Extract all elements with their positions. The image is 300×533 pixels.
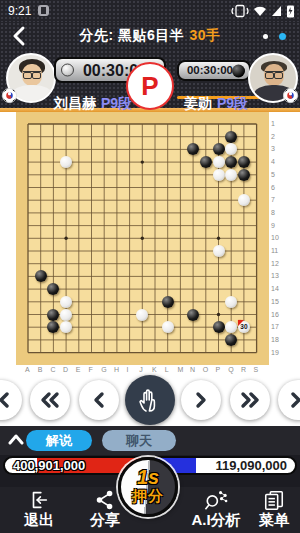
go-board[interactable]: 30 <box>16 112 269 365</box>
page-dot-active[interactable] <box>279 33 286 40</box>
collapse-panel-button[interactable] <box>8 433 24 447</box>
column-label-D: D <box>63 366 68 374</box>
column-label-S: S <box>254 366 259 374</box>
share-icon <box>94 489 116 511</box>
white-stone-D17 <box>60 321 72 333</box>
header: 分先: 黑贴6目半30手 <box>0 22 300 50</box>
column-label-B: B <box>38 366 43 374</box>
white-stone-J16 <box>136 309 148 321</box>
comment-tabs-bar: 解说 聊天 <box>0 426 300 455</box>
column-label-Q: Q <box>228 366 233 374</box>
bet-action-label: 押分 <box>121 487 175 504</box>
black-stone-P17 <box>213 321 225 333</box>
row-label-9: 9 <box>271 222 275 230</box>
white-stone-P4 <box>213 156 225 168</box>
player-bar: 00:30:00 00:30:00 刘昌赫P9段 姜勋P9段 P <box>0 50 300 108</box>
row-label-17: 17 <box>271 323 279 331</box>
column-label-O: O <box>203 366 208 374</box>
south-korea-flag-icon <box>2 88 17 103</box>
skip-to-start-icon <box>0 389 13 411</box>
black-stone-N3 <box>187 143 199 155</box>
column-label-H: H <box>114 366 119 374</box>
black-stone-R4 <box>238 156 250 168</box>
row-label-16: 16 <box>271 311 279 319</box>
chevron-right-icon <box>190 389 212 411</box>
white-stone-D4 <box>60 156 72 168</box>
white-stone-icon <box>61 64 74 77</box>
battery-icon <box>287 6 294 18</box>
skip-to-end-icon <box>287 389 300 411</box>
black-stone-icon <box>232 64 245 77</box>
hand-icon <box>138 387 162 413</box>
pass-button[interactable]: P <box>126 62 174 110</box>
row-label-15: 15 <box>271 298 279 306</box>
white-stone-D15 <box>60 296 72 308</box>
row-label-2: 2 <box>271 133 275 141</box>
white-stone-L17 <box>162 321 174 333</box>
vibrate-icon <box>232 6 248 17</box>
menu-icon <box>263 489 285 511</box>
right-bet-total: 119,090,000 <box>215 458 287 473</box>
row-label-10: 10 <box>271 234 279 242</box>
page-dot-inactive[interactable] <box>263 34 268 39</box>
row-label-13: 13 <box>271 272 279 280</box>
left-bet-total: 400,901,000 <box>13 458 85 473</box>
row-label-3: 3 <box>271 145 275 153</box>
column-label-P: P <box>216 366 221 374</box>
exit-icon <box>28 489 50 511</box>
status-icons <box>230 4 296 22</box>
column-label-E: E <box>76 366 81 374</box>
chevron-left-icon <box>88 389 110 411</box>
menu-button[interactable]: 菜单 <box>252 489 296 528</box>
tab-commentary[interactable]: 解说 <box>26 430 92 451</box>
tab-chat[interactable]: 聊天 <box>102 430 176 451</box>
column-label-L: L <box>165 366 169 374</box>
row-label-19: 19 <box>271 349 279 357</box>
double-chevron-left-icon <box>38 389 62 411</box>
move-count: 30手 <box>189 27 220 43</box>
signal-icon <box>272 6 281 16</box>
go-to-start-button[interactable] <box>0 380 22 420</box>
row-label-11: 11 <box>271 247 278 255</box>
clock-time: 9:21 <box>8 4 31 18</box>
black-stone-C17 <box>47 321 59 333</box>
left-player-rank: P9段 <box>101 95 132 111</box>
row-label-12: 12 <box>271 260 279 268</box>
black-stone-B13 <box>35 270 47 282</box>
row-label-1: 1 <box>271 120 275 128</box>
black-stone-R5 <box>238 169 250 181</box>
white-stone-D16 <box>60 309 72 321</box>
column-label-R: R <box>241 366 246 374</box>
column-label-K: K <box>152 366 157 374</box>
hand-tool-button[interactable] <box>125 375 175 425</box>
white-stone-Q15 <box>225 296 237 308</box>
black-stone-C14 <box>47 283 59 295</box>
column-label-J: J <box>139 366 143 374</box>
black-stone-Q4 <box>225 156 237 168</box>
column-label-G: G <box>101 366 106 374</box>
column-label-C: C <box>50 366 55 374</box>
column-label-A: A <box>25 366 30 374</box>
bet-timer: 1s <box>121 467 175 487</box>
row-label-6: 6 <box>271 184 275 192</box>
white-stone-P5 <box>213 169 225 181</box>
last-move-number: 30 <box>238 321 250 333</box>
white-stone-P11 <box>213 245 225 257</box>
right-player-name: 姜勋P9段 <box>184 95 248 113</box>
black-stone-O4 <box>200 156 212 168</box>
white-stone-R17: 30 <box>238 321 250 333</box>
black-stone-L15 <box>162 296 174 308</box>
row-label-5: 5 <box>271 171 275 179</box>
right-player-rank: P9段 <box>217 95 248 111</box>
row-label-4: 4 <box>271 158 275 166</box>
step-forward-button[interactable] <box>181 380 221 420</box>
rules-label: 分先: 黑贴6目半 <box>80 27 185 43</box>
column-label-N: N <box>190 366 195 374</box>
row-label-7: 7 <box>271 196 275 204</box>
status-bar: 9:21 <box>0 0 300 22</box>
row-label-8: 8 <box>271 209 275 217</box>
black-stone-Q18 <box>225 334 237 346</box>
black-stone-P3 <box>213 143 225 155</box>
column-label-M: M <box>177 366 183 374</box>
south-korea-flag-icon <box>283 88 298 103</box>
white-stone-Q3 <box>225 143 237 155</box>
double-chevron-right-icon <box>238 389 262 411</box>
exit-button[interactable]: 退出 <box>14 489 64 528</box>
betting-bar: 400,901,000 119,090,000 1s 押分 <box>0 455 300 487</box>
right-player-clock: 00:30:00 <box>177 60 251 81</box>
fast-backward-button[interactable] <box>30 380 70 420</box>
column-label-F: F <box>89 366 93 374</box>
white-stone-Q5 <box>225 169 237 181</box>
bet-button[interactable]: 1s 押分 <box>118 457 178 517</box>
notification-app-icon <box>38 5 49 16</box>
board-section: 30 12345678910111213141516171819 ABCDEFG… <box>0 112 300 374</box>
go-to-end-button[interactable] <box>278 380 300 420</box>
white-stone-R7 <box>238 194 250 206</box>
white-stone-Q17 <box>225 321 237 333</box>
game-title: 分先: 黑贴6目半30手 <box>0 27 300 45</box>
chevron-up-icon <box>8 433 24 447</box>
black-stone-C16 <box>47 309 59 321</box>
black-stone-N16 <box>187 309 199 321</box>
column-label-I: I <box>127 366 129 374</box>
step-backward-button[interactable] <box>79 380 119 420</box>
fast-forward-button[interactable] <box>230 380 270 420</box>
left-player-name: 刘昌赫P9段 <box>54 95 132 113</box>
ai-analysis-button[interactable]: A.I分析 <box>180 489 252 528</box>
row-label-18: 18 <box>271 336 279 344</box>
move-nav-bar <box>0 374 300 426</box>
ai-analysis-icon <box>204 489 228 511</box>
black-stone-Q2 <box>225 131 237 143</box>
row-label-14: 14 <box>271 285 279 293</box>
wifi-icon <box>254 7 266 16</box>
app-screen: 9:21 分先: 黑贴6目半30手 <box>0 0 300 533</box>
